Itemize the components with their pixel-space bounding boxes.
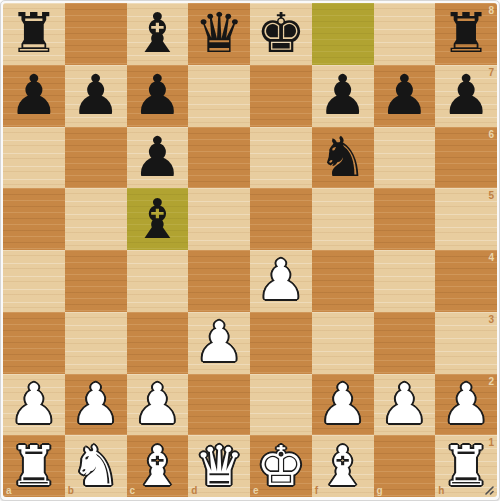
- square-g3[interactable]: [374, 312, 436, 374]
- square-a6[interactable]: [3, 127, 65, 189]
- square-d7[interactable]: [188, 65, 250, 127]
- square-a2[interactable]: ♟: [3, 374, 65, 436]
- square-f2[interactable]: ♟: [312, 374, 374, 436]
- square-e5[interactable]: [250, 188, 312, 250]
- square-h2[interactable]: ♟2: [435, 374, 497, 436]
- square-e4[interactable]: ♟: [250, 250, 312, 312]
- piece-white-king[interactable]: ♚: [250, 435, 312, 497]
- square-c1[interactable]: ♝c: [127, 435, 189, 497]
- square-d4[interactable]: [188, 250, 250, 312]
- coord-rank-4: 4: [488, 252, 494, 263]
- square-b4[interactable]: [65, 250, 127, 312]
- coord-file-g: g: [377, 485, 383, 496]
- piece-black-rook[interactable]: ♜: [3, 3, 65, 65]
- square-c8[interactable]: ♝: [127, 3, 189, 65]
- square-g2[interactable]: ♟: [374, 374, 436, 436]
- square-c3[interactable]: [127, 312, 189, 374]
- square-c5[interactable]: ♝: [127, 188, 189, 250]
- square-f5[interactable]: [312, 188, 374, 250]
- square-a1[interactable]: ♜a: [3, 435, 65, 497]
- square-e2[interactable]: [250, 374, 312, 436]
- square-d1[interactable]: ♛d: [188, 435, 250, 497]
- coord-rank-6: 6: [488, 129, 494, 140]
- square-e6[interactable]: [250, 127, 312, 189]
- square-f3[interactable]: [312, 312, 374, 374]
- piece-black-knight[interactable]: ♞: [312, 127, 374, 189]
- square-d5[interactable]: [188, 188, 250, 250]
- square-b1[interactable]: ♞b: [65, 435, 127, 497]
- piece-black-pawn[interactable]: ♟: [312, 65, 374, 127]
- piece-white-knight[interactable]: ♞: [65, 435, 127, 497]
- square-g5[interactable]: [374, 188, 436, 250]
- square-e7[interactable]: [250, 65, 312, 127]
- square-d6[interactable]: [188, 127, 250, 189]
- square-c4[interactable]: [127, 250, 189, 312]
- square-f8[interactable]: [312, 3, 374, 65]
- square-f6[interactable]: ♞: [312, 127, 374, 189]
- square-g7[interactable]: ♟: [374, 65, 436, 127]
- coord-rank-3: 3: [488, 314, 494, 325]
- square-a5[interactable]: [3, 188, 65, 250]
- square-g4[interactable]: [374, 250, 436, 312]
- piece-black-bishop[interactable]: ♝: [127, 3, 189, 65]
- square-b8[interactable]: [65, 3, 127, 65]
- square-h8[interactable]: ♜8: [435, 3, 497, 65]
- square-a8[interactable]: ♜: [3, 3, 65, 65]
- square-b7[interactable]: ♟: [65, 65, 127, 127]
- piece-black-rook[interactable]: ♜: [435, 3, 497, 65]
- square-f1[interactable]: ♝f: [312, 435, 374, 497]
- square-b3[interactable]: [65, 312, 127, 374]
- square-g6[interactable]: [374, 127, 436, 189]
- piece-black-pawn[interactable]: ♟: [374, 65, 436, 127]
- piece-black-pawn[interactable]: ♟: [3, 65, 65, 127]
- piece-white-pawn[interactable]: ♟: [435, 374, 497, 436]
- square-g8[interactable]: [374, 3, 436, 65]
- square-c2[interactable]: ♟: [127, 374, 189, 436]
- square-h3[interactable]: 3: [435, 312, 497, 374]
- piece-white-pawn[interactable]: ♟: [312, 374, 374, 436]
- square-b5[interactable]: [65, 188, 127, 250]
- square-h4[interactable]: 4: [435, 250, 497, 312]
- square-a4[interactable]: [3, 250, 65, 312]
- piece-white-pawn[interactable]: ♟: [65, 374, 127, 436]
- square-h5[interactable]: 5: [435, 188, 497, 250]
- piece-white-bishop[interactable]: ♝: [312, 435, 374, 497]
- piece-black-pawn[interactable]: ♟: [65, 65, 127, 127]
- piece-black-king[interactable]: ♚: [250, 3, 312, 65]
- square-g1[interactable]: g: [374, 435, 436, 497]
- square-d2[interactable]: [188, 374, 250, 436]
- square-h6[interactable]: 6: [435, 127, 497, 189]
- square-c6[interactable]: ♟: [127, 127, 189, 189]
- piece-white-bishop[interactable]: ♝: [127, 435, 189, 497]
- coord-rank-5: 5: [488, 190, 494, 201]
- piece-white-pawn[interactable]: ♟: [250, 250, 312, 312]
- square-h7[interactable]: ♟7: [435, 65, 497, 127]
- square-f7[interactable]: ♟: [312, 65, 374, 127]
- piece-white-rook[interactable]: ♜: [3, 435, 65, 497]
- chess-board: ♜♝♛♚♜8♟♟♟♟♟♟7♟♞6♝5♟4♟3♟♟♟♟♟♟2♜a♞b♝c♛d♚e♝…: [3, 3, 497, 497]
- piece-white-pawn[interactable]: ♟: [188, 312, 250, 374]
- piece-black-bishop[interactable]: ♝: [127, 188, 189, 250]
- chess-board-panel: ♜♝♛♚♜8♟♟♟♟♟♟7♟♞6♝5♟4♟3♟♟♟♟♟♟2♜a♞b♝c♛d♚e♝…: [0, 0, 500, 501]
- square-d8[interactable]: ♛: [188, 3, 250, 65]
- piece-white-pawn[interactable]: ♟: [374, 374, 436, 436]
- square-f4[interactable]: [312, 250, 374, 312]
- square-c7[interactable]: ♟: [127, 65, 189, 127]
- square-a7[interactable]: ♟: [3, 65, 65, 127]
- piece-black-pawn[interactable]: ♟: [127, 65, 189, 127]
- piece-white-pawn[interactable]: ♟: [127, 374, 189, 436]
- resize-handle-icon[interactable]: [483, 484, 494, 495]
- piece-black-pawn[interactable]: ♟: [435, 65, 497, 127]
- square-e8[interactable]: ♚: [250, 3, 312, 65]
- piece-black-queen[interactable]: ♛: [188, 3, 250, 65]
- square-e3[interactable]: [250, 312, 312, 374]
- square-d3[interactable]: ♟: [188, 312, 250, 374]
- piece-white-queen[interactable]: ♛: [188, 435, 250, 497]
- square-b2[interactable]: ♟: [65, 374, 127, 436]
- square-e1[interactable]: ♚e: [250, 435, 312, 497]
- square-a3[interactable]: [3, 312, 65, 374]
- piece-black-pawn[interactable]: ♟: [127, 127, 189, 189]
- piece-white-pawn[interactable]: ♟: [3, 374, 65, 436]
- square-b6[interactable]: [65, 127, 127, 189]
